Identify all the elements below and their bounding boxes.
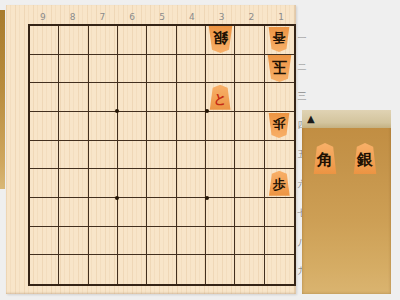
cell-7-5 bbox=[89, 141, 118, 170]
cell-1-1: 香 bbox=[265, 26, 294, 55]
cell-7-1 bbox=[89, 26, 118, 55]
cell-4-9 bbox=[177, 255, 206, 284]
cell-8-6 bbox=[59, 169, 88, 198]
cell-3-2 bbox=[206, 55, 235, 84]
cell-2-8 bbox=[235, 227, 264, 256]
cell-5-2 bbox=[147, 55, 176, 84]
cell-1-3 bbox=[265, 83, 294, 112]
star-point bbox=[205, 196, 209, 200]
shogi-board: 987654321 銀香玉と歩歩 一二三四五六七八九 bbox=[6, 5, 296, 294]
cell-4-6 bbox=[177, 169, 206, 198]
shogi-diagram: 987654321 銀香玉と歩歩 一二三四五六七八九 ▲ 角 銀 bbox=[0, 0, 400, 300]
piece-gote-lance-11: 香 bbox=[268, 27, 290, 52]
cell-3-9 bbox=[206, 255, 235, 284]
board-grid-area: 銀香玉と歩歩 bbox=[28, 24, 296, 286]
cell-6-1 bbox=[118, 26, 147, 55]
cell-6-5 bbox=[118, 141, 147, 170]
piece-sente-tokin-33: と bbox=[209, 85, 231, 110]
piece-gote-silver-31: 銀 bbox=[208, 26, 233, 53]
cell-1-9 bbox=[265, 255, 294, 284]
rank-label-1: 一 bbox=[297, 24, 307, 53]
piece-gote-king-12: 玉 bbox=[267, 55, 292, 82]
cell-8-3 bbox=[59, 83, 88, 112]
cell-7-9 bbox=[89, 255, 118, 284]
piece-glyph: 銀 bbox=[213, 31, 228, 49]
star-point bbox=[205, 109, 209, 113]
piece-gote-pawn-14: 歩 bbox=[268, 113, 290, 138]
file-label-6: 6 bbox=[117, 11, 147, 24]
cell-7-4 bbox=[89, 112, 118, 141]
cell-8-5 bbox=[59, 141, 88, 170]
cell-5-9 bbox=[147, 255, 176, 284]
cell-1-7 bbox=[265, 198, 294, 227]
cell-2-2 bbox=[235, 55, 264, 84]
cell-9-3 bbox=[30, 83, 59, 112]
file-label-2: 2 bbox=[236, 11, 266, 24]
cell-3-3: と bbox=[206, 83, 235, 112]
cell-5-3 bbox=[147, 83, 176, 112]
cell-2-3 bbox=[235, 83, 264, 112]
cell-5-8 bbox=[147, 227, 176, 256]
cell-8-1 bbox=[59, 26, 88, 55]
cell-3-7 bbox=[206, 198, 235, 227]
cell-4-3 bbox=[177, 83, 206, 112]
piece-glyph: 香 bbox=[273, 32, 286, 48]
cell-1-8 bbox=[265, 227, 294, 256]
piece-glyph: 玉 bbox=[272, 59, 287, 77]
cell-5-7 bbox=[147, 198, 176, 227]
file-label-4: 4 bbox=[177, 11, 207, 24]
cell-3-4 bbox=[206, 112, 235, 141]
cell-5-6 bbox=[147, 169, 176, 198]
cell-9-7 bbox=[30, 198, 59, 227]
cell-9-2 bbox=[30, 55, 59, 84]
cell-5-4 bbox=[147, 112, 176, 141]
cell-8-7 bbox=[59, 198, 88, 227]
cell-9-1 bbox=[30, 26, 59, 55]
cell-6-4 bbox=[118, 112, 147, 141]
cell-4-2 bbox=[177, 55, 206, 84]
cell-6-6 bbox=[118, 169, 147, 198]
cell-4-4 bbox=[177, 112, 206, 141]
cell-1-2: 玉 bbox=[265, 55, 294, 84]
cell-1-5 bbox=[265, 141, 294, 170]
hand-piece-silver: 銀 bbox=[353, 143, 377, 174]
cell-8-2 bbox=[59, 55, 88, 84]
piece-glyph: 歩 bbox=[273, 175, 286, 191]
piece-glyph: 歩 bbox=[273, 118, 286, 134]
cell-4-1 bbox=[177, 26, 206, 55]
cell-6-9 bbox=[118, 255, 147, 284]
file-label-9: 9 bbox=[28, 11, 58, 24]
piece-glyph: 角 bbox=[317, 149, 333, 168]
file-label-3: 3 bbox=[207, 11, 237, 24]
hand-pieces: 角 銀 bbox=[302, 128, 391, 174]
cell-1-4: 歩 bbox=[265, 112, 294, 141]
cell-8-9 bbox=[59, 255, 88, 284]
cell-8-4 bbox=[59, 112, 88, 141]
star-point bbox=[115, 109, 119, 113]
star-point bbox=[115, 196, 119, 200]
board-grid: 銀香玉と歩歩 bbox=[28, 24, 296, 286]
cell-6-8 bbox=[118, 227, 147, 256]
file-label-7: 7 bbox=[88, 11, 118, 24]
file-label-1: 1 bbox=[266, 11, 296, 24]
cell-9-8 bbox=[30, 227, 59, 256]
cell-2-9 bbox=[235, 255, 264, 284]
cell-7-3 bbox=[89, 83, 118, 112]
cell-3-8 bbox=[206, 227, 235, 256]
file-label-5: 5 bbox=[147, 11, 177, 24]
piece-glyph: 銀 bbox=[357, 149, 373, 168]
cell-4-5 bbox=[177, 141, 206, 170]
cell-2-6 bbox=[235, 169, 264, 198]
sente-turn-marker: ▲ bbox=[307, 114, 315, 124]
cell-7-7 bbox=[89, 198, 118, 227]
cell-7-2 bbox=[89, 55, 118, 84]
cell-2-5 bbox=[235, 141, 264, 170]
cell-3-5 bbox=[206, 141, 235, 170]
piece-glyph: と bbox=[214, 89, 227, 105]
cell-5-1 bbox=[147, 26, 176, 55]
rank-label-3: 三 bbox=[297, 82, 307, 111]
sente-komadai: ▲ 角 銀 bbox=[302, 110, 391, 294]
cell-9-4 bbox=[30, 112, 59, 141]
rank-label-2: 二 bbox=[297, 53, 307, 82]
cell-2-4 bbox=[235, 112, 264, 141]
cell-5-5 bbox=[147, 141, 176, 170]
piece-sente-pawn-16: 歩 bbox=[268, 171, 290, 196]
cell-7-8 bbox=[89, 227, 118, 256]
cell-2-7 bbox=[235, 198, 264, 227]
hand-piece-bishop: 角 bbox=[313, 143, 337, 174]
gote-komadai-edge bbox=[0, 10, 5, 189]
cell-7-6 bbox=[89, 169, 118, 198]
cell-9-9 bbox=[30, 255, 59, 284]
komadai-top-band: ▲ bbox=[302, 110, 391, 128]
cell-3-6 bbox=[206, 169, 235, 198]
cell-6-7 bbox=[118, 198, 147, 227]
cell-9-6 bbox=[30, 169, 59, 198]
cell-4-8 bbox=[177, 227, 206, 256]
cell-9-5 bbox=[30, 141, 59, 170]
cell-2-1 bbox=[235, 26, 264, 55]
cell-6-3 bbox=[118, 83, 147, 112]
cell-6-2 bbox=[118, 55, 147, 84]
cell-8-8 bbox=[59, 227, 88, 256]
cell-3-1: 銀 bbox=[206, 26, 235, 55]
file-label-8: 8 bbox=[58, 11, 88, 24]
file-labels: 987654321 bbox=[28, 11, 296, 24]
cell-4-7 bbox=[177, 198, 206, 227]
cell-1-6: 歩 bbox=[265, 169, 294, 198]
